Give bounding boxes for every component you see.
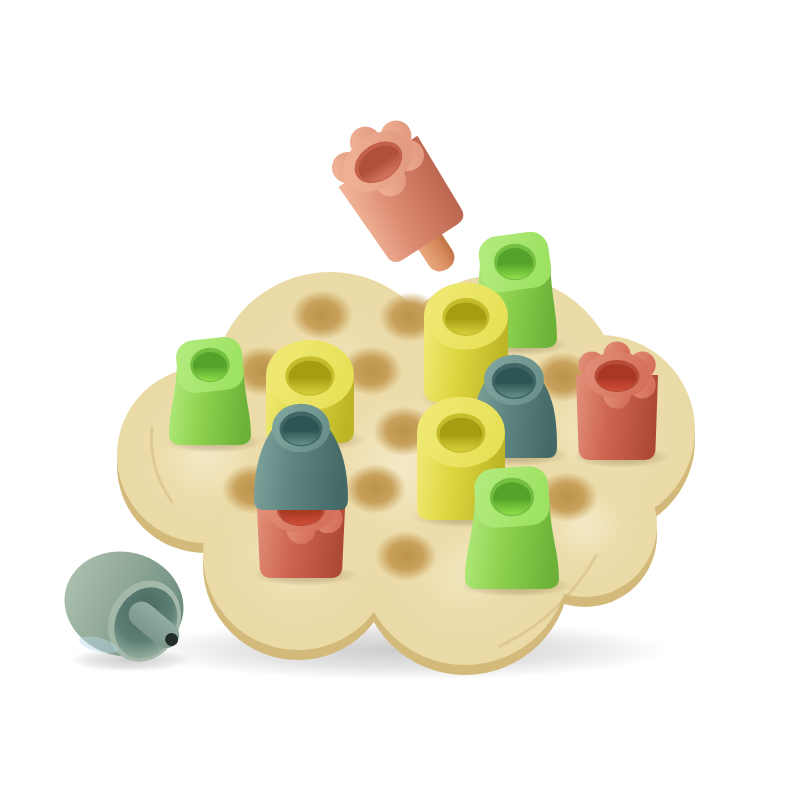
peg-hole-opening xyxy=(493,482,531,515)
scene xyxy=(0,0,800,800)
peg-hole-opening xyxy=(193,352,227,381)
pegboard-scene-svg xyxy=(0,0,800,800)
red-flower-cup-floating[interactable] xyxy=(318,104,488,295)
peg-hole-opening xyxy=(497,248,533,279)
peg-hole-opening xyxy=(495,368,533,398)
peg-hole-opening xyxy=(597,364,636,391)
empty-peg-hole-1[interactable] xyxy=(291,290,353,340)
flower-pegboard xyxy=(117,272,695,675)
empty-peg-hole-10[interactable] xyxy=(375,531,437,581)
peg-hole-opening xyxy=(288,361,331,394)
peg-hole-opening xyxy=(445,303,486,335)
peg-hole-opening xyxy=(282,416,319,445)
peg-hole-opening xyxy=(439,418,482,451)
empty-peg-hole-8[interactable] xyxy=(344,464,406,514)
